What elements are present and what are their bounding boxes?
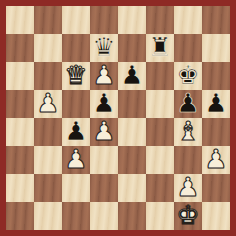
white-pawn: ♟ — [92, 118, 115, 145]
square-f2[interactable] — [146, 174, 174, 202]
square-h6[interactable] — [202, 62, 230, 90]
square-c6[interactable]: ♛ — [62, 62, 90, 90]
white-pawn: ♟ — [36, 90, 59, 117]
white-queen: ♛ — [64, 62, 87, 89]
board-frame: ♛♜♛♟♟♚♟♟♟♟♟♟♝♟♟♟♚ — [0, 0, 236, 236]
square-f3[interactable] — [146, 146, 174, 174]
square-f4[interactable] — [146, 118, 174, 146]
square-a2[interactable] — [6, 174, 34, 202]
square-h7[interactable] — [202, 34, 230, 62]
square-e2[interactable] — [118, 174, 146, 202]
square-a3[interactable] — [6, 146, 34, 174]
white-pawn: ♟ — [92, 62, 115, 89]
square-b5[interactable]: ♟ — [34, 90, 62, 118]
square-h2[interactable] — [202, 174, 230, 202]
square-c8[interactable] — [62, 6, 90, 34]
square-b4[interactable] — [34, 118, 62, 146]
white-king: ♚ — [176, 202, 199, 229]
square-d4[interactable]: ♟ — [90, 118, 118, 146]
square-f8[interactable] — [146, 6, 174, 34]
square-f5[interactable] — [146, 90, 174, 118]
square-b3[interactable] — [34, 146, 62, 174]
square-c3[interactable]: ♟ — [62, 146, 90, 174]
black-pawn: ♟ — [176, 90, 199, 117]
square-h1[interactable] — [202, 202, 230, 230]
square-e4[interactable] — [118, 118, 146, 146]
square-d7[interactable]: ♛ — [90, 34, 118, 62]
square-b2[interactable] — [34, 174, 62, 202]
square-c5[interactable] — [62, 90, 90, 118]
square-g3[interactable] — [174, 146, 202, 174]
square-h5[interactable]: ♟ — [202, 90, 230, 118]
square-f1[interactable] — [146, 202, 174, 230]
square-e8[interactable] — [118, 6, 146, 34]
white-bishop: ♝ — [176, 118, 199, 145]
square-d3[interactable] — [90, 146, 118, 174]
square-e5[interactable] — [118, 90, 146, 118]
black-pawn: ♟ — [120, 62, 143, 89]
square-c2[interactable] — [62, 174, 90, 202]
square-h8[interactable] — [202, 6, 230, 34]
square-g4[interactable]: ♝ — [174, 118, 202, 146]
square-c1[interactable] — [62, 202, 90, 230]
white-pawn: ♟ — [64, 146, 87, 173]
square-b1[interactable] — [34, 202, 62, 230]
square-g7[interactable] — [174, 34, 202, 62]
square-d1[interactable] — [90, 202, 118, 230]
black-pawn: ♟ — [64, 118, 87, 145]
square-b8[interactable] — [34, 6, 62, 34]
square-f7[interactable]: ♜ — [146, 34, 174, 62]
square-a4[interactable] — [6, 118, 34, 146]
square-a7[interactable] — [6, 34, 34, 62]
square-c7[interactable] — [62, 34, 90, 62]
square-b7[interactable] — [34, 34, 62, 62]
square-g1[interactable]: ♚ — [174, 202, 202, 230]
black-pawn: ♟ — [204, 90, 227, 117]
square-h3[interactable]: ♟ — [202, 146, 230, 174]
square-a8[interactable] — [6, 6, 34, 34]
square-c4[interactable]: ♟ — [62, 118, 90, 146]
square-g5[interactable]: ♟ — [174, 90, 202, 118]
white-pawn: ♟ — [204, 146, 227, 173]
square-g2[interactable]: ♟ — [174, 174, 202, 202]
square-d8[interactable] — [90, 6, 118, 34]
square-e7[interactable] — [118, 34, 146, 62]
square-d6[interactable]: ♟ — [90, 62, 118, 90]
chess-board: ♛♜♛♟♟♚♟♟♟♟♟♟♝♟♟♟♚ — [6, 6, 230, 230]
square-e3[interactable] — [118, 146, 146, 174]
square-a6[interactable] — [6, 62, 34, 90]
square-d5[interactable]: ♟ — [90, 90, 118, 118]
white-pawn: ♟ — [176, 174, 199, 201]
square-g6[interactable]: ♚ — [174, 62, 202, 90]
square-b6[interactable] — [34, 62, 62, 90]
black-king: ♚ — [176, 62, 199, 89]
square-d2[interactable] — [90, 174, 118, 202]
square-a1[interactable] — [6, 202, 34, 230]
black-queen: ♛ — [92, 34, 115, 61]
square-f6[interactable] — [146, 62, 174, 90]
square-a5[interactable] — [6, 90, 34, 118]
square-e1[interactable] — [118, 202, 146, 230]
square-g8[interactable] — [174, 6, 202, 34]
square-h4[interactable] — [202, 118, 230, 146]
black-rook: ♜ — [148, 34, 171, 61]
black-pawn: ♟ — [92, 90, 115, 117]
square-e6[interactable]: ♟ — [118, 62, 146, 90]
